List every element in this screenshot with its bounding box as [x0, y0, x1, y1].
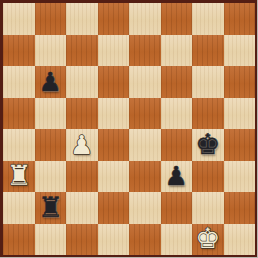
square-h8[interactable]: [224, 3, 256, 35]
square-e7[interactable]: [129, 35, 161, 67]
square-h4[interactable]: [224, 129, 256, 161]
square-f3[interactable]: ♟: [161, 161, 193, 193]
square-f1[interactable]: [161, 224, 193, 256]
square-g3[interactable]: [192, 161, 224, 193]
square-a3[interactable]: ♜: [3, 161, 35, 193]
square-c6[interactable]: [66, 66, 98, 98]
square-c2[interactable]: [66, 192, 98, 224]
square-h3[interactable]: [224, 161, 256, 193]
square-c8[interactable]: [66, 3, 98, 35]
square-g4[interactable]: ♚: [192, 129, 224, 161]
square-a6[interactable]: [3, 66, 35, 98]
square-d7[interactable]: [98, 35, 130, 67]
black-pawn[interactable]: ♟: [35, 66, 67, 98]
chess-board: ♟♟♚♜♟♜♚: [3, 3, 255, 255]
square-e6[interactable]: [129, 66, 161, 98]
black-rook[interactable]: ♜: [35, 192, 67, 224]
square-d6[interactable]: [98, 66, 130, 98]
square-e2[interactable]: [129, 192, 161, 224]
square-e1[interactable]: [129, 224, 161, 256]
square-f2[interactable]: [161, 192, 193, 224]
square-a1[interactable]: [3, 224, 35, 256]
square-g7[interactable]: [192, 35, 224, 67]
white-pawn[interactable]: ♟: [66, 129, 98, 161]
square-b4[interactable]: [35, 129, 67, 161]
chess-board-frame: ♟♟♚♜♟♜♚: [0, 0, 258, 258]
square-b5[interactable]: [35, 98, 67, 130]
white-king[interactable]: ♚: [192, 224, 224, 256]
square-a8[interactable]: [3, 3, 35, 35]
black-pawn[interactable]: ♟: [161, 161, 193, 193]
square-h5[interactable]: [224, 98, 256, 130]
square-e5[interactable]: [129, 98, 161, 130]
square-h2[interactable]: [224, 192, 256, 224]
square-c3[interactable]: [66, 161, 98, 193]
square-a5[interactable]: [3, 98, 35, 130]
square-h7[interactable]: [224, 35, 256, 67]
square-d5[interactable]: [98, 98, 130, 130]
square-f8[interactable]: [161, 3, 193, 35]
square-g1[interactable]: ♚: [192, 224, 224, 256]
square-c7[interactable]: [66, 35, 98, 67]
square-b8[interactable]: [35, 3, 67, 35]
square-b3[interactable]: [35, 161, 67, 193]
square-d2[interactable]: [98, 192, 130, 224]
square-f4[interactable]: [161, 129, 193, 161]
square-e4[interactable]: [129, 129, 161, 161]
square-d1[interactable]: [98, 224, 130, 256]
square-a4[interactable]: [3, 129, 35, 161]
white-rook[interactable]: ♜: [3, 161, 35, 193]
square-f5[interactable]: [161, 98, 193, 130]
window-edge-right: [257, 0, 258, 258]
square-f7[interactable]: [161, 35, 193, 67]
square-b1[interactable]: [35, 224, 67, 256]
square-h1[interactable]: [224, 224, 256, 256]
square-a7[interactable]: [3, 35, 35, 67]
square-g6[interactable]: [192, 66, 224, 98]
square-b7[interactable]: [35, 35, 67, 67]
square-h6[interactable]: [224, 66, 256, 98]
square-d8[interactable]: [98, 3, 130, 35]
square-c5[interactable]: [66, 98, 98, 130]
square-f6[interactable]: [161, 66, 193, 98]
square-a2[interactable]: [3, 192, 35, 224]
square-g8[interactable]: [192, 3, 224, 35]
black-king[interactable]: ♚: [192, 129, 224, 161]
square-e3[interactable]: [129, 161, 161, 193]
square-e8[interactable]: [129, 3, 161, 35]
square-c4[interactable]: ♟: [66, 129, 98, 161]
square-b6[interactable]: ♟: [35, 66, 67, 98]
square-d3[interactable]: [98, 161, 130, 193]
square-d4[interactable]: [98, 129, 130, 161]
square-c1[interactable]: [66, 224, 98, 256]
square-b2[interactable]: ♜: [35, 192, 67, 224]
square-g5[interactable]: [192, 98, 224, 130]
square-g2[interactable]: [192, 192, 224, 224]
